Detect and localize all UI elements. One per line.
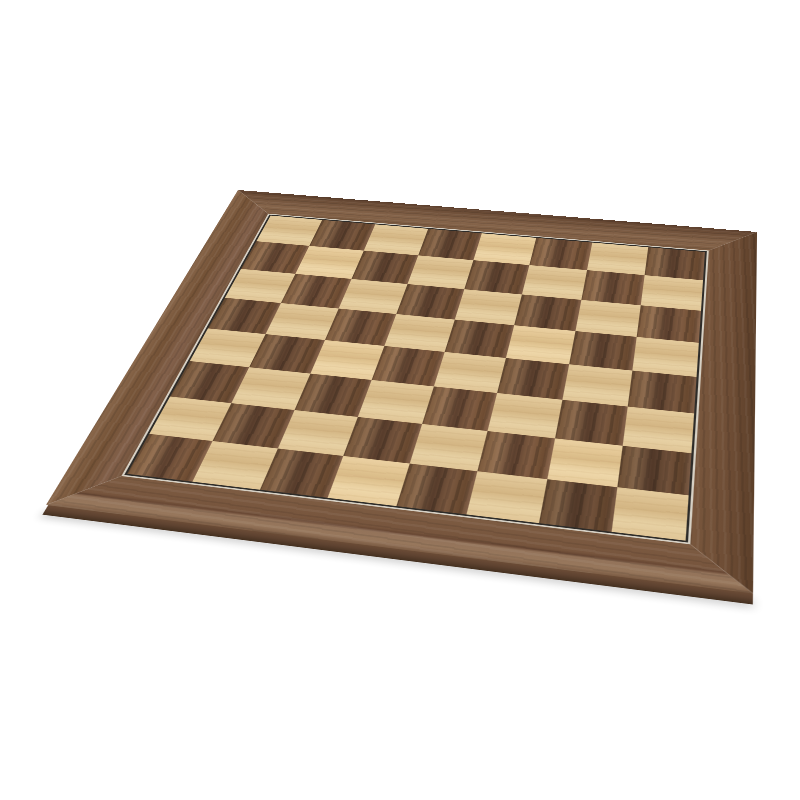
square-d4 xyxy=(371,346,444,387)
square-h6 xyxy=(636,305,701,343)
square-f1 xyxy=(467,471,547,523)
square-f2 xyxy=(478,431,555,479)
square-f5 xyxy=(506,325,575,364)
chess-board xyxy=(46,190,757,593)
square-e1 xyxy=(396,463,477,514)
square-h1 xyxy=(611,487,688,541)
photo-background xyxy=(0,0,800,800)
square-h2 xyxy=(617,445,691,495)
square-g7 xyxy=(581,270,644,305)
square-g1 xyxy=(538,479,617,532)
square-f8 xyxy=(530,238,592,270)
square-e3 xyxy=(422,387,497,431)
square-e8 xyxy=(473,233,536,265)
square-d1 xyxy=(327,456,409,506)
